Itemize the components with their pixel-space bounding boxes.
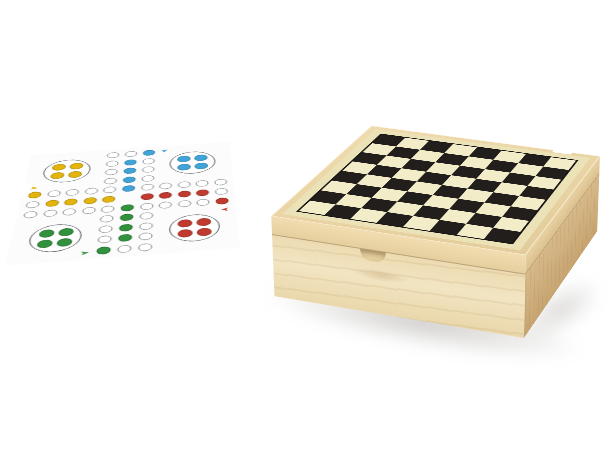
- box-scene: [0, 0, 610, 460]
- product-photo-canvas: { "game": "Wooden multi-game box set: ch…: [0, 0, 610, 460]
- wooden-game-box: [271, 126, 600, 255]
